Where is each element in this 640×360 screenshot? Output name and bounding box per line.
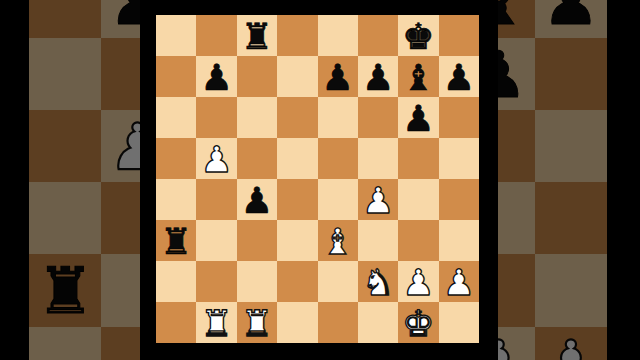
square-f4: ♟ [358, 179, 398, 220]
board-frame: ♜♚♟♟♟♝♟♟♟♟♟♜♝♞♟♟♜♜♚ [140, 0, 498, 360]
square-a4 [156, 179, 196, 220]
piece-black-pawn: ♟ [200, 60, 232, 96]
square-g7: ♝ [398, 56, 438, 97]
piece-black-rook: ♜ [36, 259, 93, 323]
piece-black-pawn: ♟ [443, 60, 475, 96]
square-f8 [358, 15, 398, 56]
square-a8 [156, 15, 196, 56]
square-e3: ♝ [318, 220, 358, 261]
chess-board: ♜♚♟♟♟♝♟♟♟♟♟♜♝♞♟♟♜♜♚ [156, 15, 479, 343]
square-c3 [237, 220, 277, 261]
square-d4 [277, 179, 317, 220]
square-a3: ♜ [156, 220, 196, 261]
square-a5 [156, 138, 196, 179]
square-a1 [156, 302, 196, 343]
piece-black-bishop: ♝ [402, 60, 434, 96]
piece-white-pawn: ♟ [443, 265, 475, 301]
piece-black-king: ♚ [402, 19, 434, 55]
square-b3 [196, 220, 236, 261]
square-d8 [277, 15, 317, 56]
square-c2 [237, 261, 277, 302]
square-a7 [156, 56, 196, 97]
square-e4 [318, 179, 358, 220]
square-h6 [535, 38, 607, 110]
square-d1 [277, 302, 317, 343]
square-c4: ♟ [237, 179, 277, 220]
square-b5: ♟ [196, 138, 236, 179]
square-g1: ♚ [398, 302, 438, 343]
square-d7 [277, 56, 317, 97]
piece-white-rook: ♜ [241, 306, 273, 342]
square-f3 [358, 220, 398, 261]
square-h3 [535, 254, 607, 326]
square-g6: ♟ [398, 97, 438, 138]
video-frame: ♜♚♟♟♟♝♟♟♟♟♟♜♝♞♟♟♜♜♚ ♜♚♟♟♟♝♟♟♟♟♟♜♝♞♟♟♜♜♚ [0, 0, 640, 360]
piece-black-pawn: ♟ [241, 183, 273, 219]
square-h2: ♟ [439, 261, 479, 302]
piece-black-pawn: ♟ [322, 60, 354, 96]
piece-white-pawn: ♟ [200, 142, 232, 178]
square-b4 [196, 179, 236, 220]
square-h2: ♟ [535, 327, 607, 360]
square-b6 [196, 97, 236, 138]
square-d6 [277, 97, 317, 138]
square-h4 [439, 179, 479, 220]
square-b7: ♟ [196, 56, 236, 97]
square-d5 [277, 138, 317, 179]
square-c7 [237, 56, 277, 97]
square-d3 [277, 220, 317, 261]
square-g8: ♚ [398, 15, 438, 56]
square-f1 [358, 302, 398, 343]
square-h4 [535, 182, 607, 254]
square-a4 [29, 182, 101, 254]
piece-black-pawn: ♟ [542, 0, 599, 34]
piece-white-knight: ♞ [362, 265, 394, 301]
square-f2: ♞ [358, 261, 398, 302]
square-a6 [156, 97, 196, 138]
square-g4 [398, 179, 438, 220]
piece-white-pawn: ♟ [542, 332, 599, 360]
piece-white-pawn: ♟ [402, 265, 434, 301]
square-e8 [318, 15, 358, 56]
piece-black-pawn: ♟ [402, 101, 434, 137]
square-f7: ♟ [358, 56, 398, 97]
square-c6 [237, 97, 277, 138]
square-g3 [398, 220, 438, 261]
square-e2 [318, 261, 358, 302]
square-a7 [29, 0, 101, 38]
square-a2 [29, 327, 101, 360]
square-b1: ♜ [196, 302, 236, 343]
square-h8 [439, 15, 479, 56]
square-e6 [318, 97, 358, 138]
piece-black-rook: ♜ [241, 19, 273, 55]
square-f5 [358, 138, 398, 179]
square-e7: ♟ [318, 56, 358, 97]
square-b8 [196, 15, 236, 56]
square-h7: ♟ [439, 56, 479, 97]
square-a6 [29, 38, 101, 110]
square-e1 [318, 302, 358, 343]
square-a2 [156, 261, 196, 302]
square-g5 [398, 138, 438, 179]
piece-white-rook: ♜ [200, 306, 232, 342]
piece-white-king: ♚ [402, 306, 434, 342]
piece-black-rook: ♜ [160, 224, 192, 260]
square-e5 [318, 138, 358, 179]
square-b2 [196, 261, 236, 302]
square-h1 [439, 302, 479, 343]
square-h3 [439, 220, 479, 261]
square-h7: ♟ [535, 0, 607, 38]
piece-black-pawn: ♟ [362, 60, 394, 96]
square-h5 [439, 138, 479, 179]
square-a5 [29, 110, 101, 182]
square-d2 [277, 261, 317, 302]
piece-white-pawn: ♟ [362, 183, 394, 219]
square-h6 [439, 97, 479, 138]
square-h5 [535, 110, 607, 182]
square-c8: ♜ [237, 15, 277, 56]
piece-white-bishop: ♝ [322, 224, 354, 260]
square-a3: ♜ [29, 254, 101, 326]
square-c5 [237, 138, 277, 179]
square-f6 [358, 97, 398, 138]
square-c1: ♜ [237, 302, 277, 343]
square-g2: ♟ [398, 261, 438, 302]
